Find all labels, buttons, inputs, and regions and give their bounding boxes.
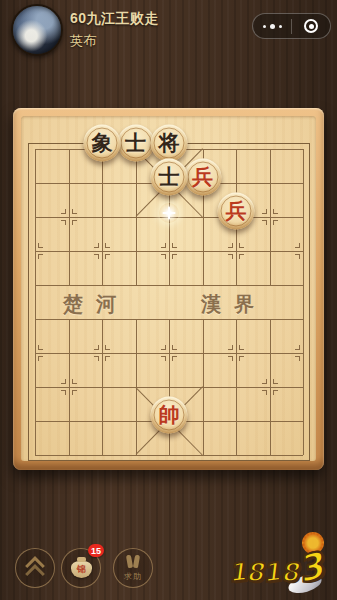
board-marker <box>262 379 278 395</box>
hint-count-badge: 15 <box>88 544 104 557</box>
piece-red-general[interactable]: 帥 <box>151 397 188 434</box>
board-marker <box>228 345 244 361</box>
board-marker <box>94 345 110 361</box>
app-root: 60九江王败走 英布 楚河 漢界 士象将兵士兵帥 锦 15 求助 <box>0 0 337 600</box>
board-marker <box>228 243 244 259</box>
watermark-18183: 18183 <box>226 534 326 592</box>
grid-line <box>102 149 103 285</box>
grid-line <box>236 319 237 455</box>
board-marker <box>27 345 43 361</box>
piece-black-advisor[interactable]: 士 <box>117 125 154 162</box>
board-marker <box>94 243 110 259</box>
grid-line <box>303 149 304 455</box>
hint-bag-button[interactable]: 锦 15 <box>61 548 101 588</box>
river-label-left: 楚河 <box>63 291 129 318</box>
board-marker <box>262 209 278 225</box>
board-marker <box>295 243 311 259</box>
grid-line <box>102 319 103 455</box>
praying-hands-icon <box>125 555 141 569</box>
piece-black-advisor[interactable]: 士 <box>151 159 188 196</box>
last-move-glow-marker <box>159 203 179 223</box>
piece-black-elephant[interactable]: 象 <box>84 125 121 162</box>
board-marker <box>295 345 311 361</box>
grid-line <box>35 455 303 456</box>
grid-line <box>169 319 170 455</box>
board-marker <box>161 345 177 361</box>
board-marker <box>61 379 77 395</box>
ask-help-label: 求助 <box>114 571 152 582</box>
board-marker <box>27 243 43 259</box>
board-marker <box>161 243 177 259</box>
menu-button[interactable] <box>15 548 55 588</box>
grid-line <box>35 149 36 455</box>
ask-help-button[interactable]: 求助 <box>113 548 153 588</box>
board-marker <box>61 209 77 225</box>
watermark-text: 18183 <box>226 552 326 584</box>
piece-red-soldier[interactable]: 兵 <box>184 159 221 196</box>
grid-line <box>35 285 303 286</box>
money-bag-icon: 锦 <box>71 561 92 578</box>
board-layer: 楚河 漢界 士象将兵士兵帥 <box>0 0 337 600</box>
piece-black-general[interactable]: 将 <box>151 125 188 162</box>
piece-red-soldier[interactable]: 兵 <box>218 193 255 230</box>
river-label-right: 漢界 <box>201 291 267 318</box>
